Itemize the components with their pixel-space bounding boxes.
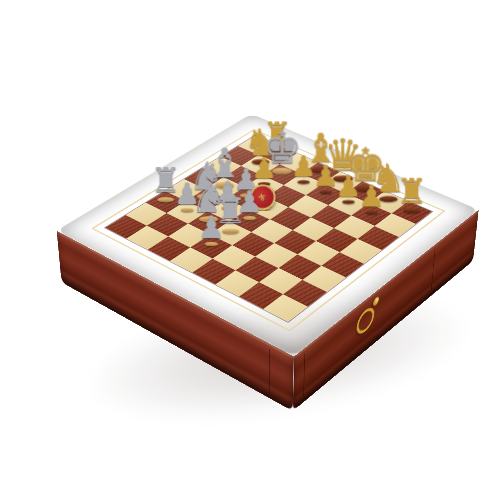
ring-mount-icon <box>373 295 379 307</box>
product-photo: ♜♝♛♚♞♜♞♚♟♟♟♟♟♝♟⚜♞♟♟♜♟♞♜♟ <box>0 0 500 500</box>
drawer-ring-pull-icon <box>354 305 377 336</box>
drawer-seam <box>269 349 270 394</box>
board-surface: ♜♝♛♚♞♜♞♚♟♟♟♟♟♝♟⚜♞♟♟♜♟♞♜♟ <box>57 114 479 357</box>
drawer-seam <box>431 249 435 290</box>
scene: ♜♝♛♚♞♜♞♚♟♟♟♟♟♝♟⚜♞♟♟♜♟♞♜♟ <box>0 0 500 500</box>
drawer-seam <box>303 353 305 396</box>
chess-box: ♜♝♛♚♞♜♞♚♟♟♟♟♟♝♟⚜♞♟♟♜♟♞♜♟ <box>57 114 479 357</box>
